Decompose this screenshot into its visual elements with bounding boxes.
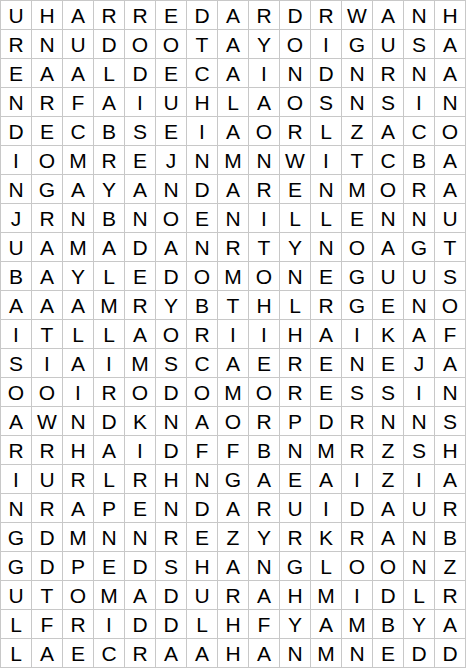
grid-cell-r22c12[interactable]: M — [342, 610, 372, 638]
grid-cell-r2c3[interactable]: U — [63, 30, 93, 58]
grid-cell-r21c9[interactable]: A — [249, 581, 279, 609]
grid-cell-r19c9[interactable]: Y — [249, 523, 279, 551]
grid-cell-r2c10[interactable]: O — [280, 30, 310, 58]
grid-cell-r22c9[interactable]: F — [249, 610, 279, 638]
grid-cell-r22c15[interactable]: A — [435, 610, 465, 638]
grid-cell-r23c15[interactable]: D — [435, 639, 465, 667]
grid-cell-r5c14[interactable]: C — [404, 117, 434, 145]
grid-cell-r15c7[interactable]: A — [187, 407, 217, 435]
grid-cell-r1c9[interactable]: R — [249, 1, 279, 29]
grid-cell-r14c5[interactable]: O — [125, 378, 155, 406]
grid-cell-r5c4[interactable]: B — [94, 117, 124, 145]
grid-cell-r19c3[interactable]: M — [63, 523, 93, 551]
grid-cell-r7c15[interactable]: A — [435, 175, 465, 203]
grid-cell-r12c8[interactable]: I — [218, 320, 248, 348]
grid-cell-r20c13[interactable]: O — [373, 552, 403, 580]
grid-cell-r19c12[interactable]: R — [342, 523, 372, 551]
grid-cell-r17c12[interactable]: I — [342, 465, 372, 493]
grid-cell-r1c1[interactable]: U — [1, 1, 31, 29]
grid-cell-r18c7[interactable]: D — [187, 494, 217, 522]
grid-cell-r7c7[interactable]: D — [187, 175, 217, 203]
grid-cell-r5c8[interactable]: A — [218, 117, 248, 145]
grid-cell-r20c14[interactable]: N — [404, 552, 434, 580]
grid-cell-r15c13[interactable]: N — [373, 407, 403, 435]
grid-cell-r5c2[interactable]: E — [32, 117, 62, 145]
grid-cell-r23c4[interactable]: C — [94, 639, 124, 667]
grid-cell-r16c8[interactable]: F — [218, 436, 248, 464]
grid-cell-r4c6[interactable]: U — [156, 88, 186, 116]
grid-cell-r22c2[interactable]: F — [32, 610, 62, 638]
grid-cell-r7c5[interactable]: A — [125, 175, 155, 203]
grid-cell-r5c10[interactable]: R — [280, 117, 310, 145]
grid-cell-r5c5[interactable]: S — [125, 117, 155, 145]
grid-cell-r7c6[interactable]: N — [156, 175, 186, 203]
grid-cell-r9c5[interactable]: D — [125, 233, 155, 261]
grid-cell-r13c8[interactable]: A — [218, 349, 248, 377]
grid-cell-r18c10[interactable]: U — [280, 494, 310, 522]
grid-cell-r2c11[interactable]: I — [311, 30, 341, 58]
grid-cell-r8c10[interactable]: L — [280, 204, 310, 232]
grid-cell-r22c3[interactable]: R — [63, 610, 93, 638]
grid-cell-r4c13[interactable]: S — [373, 88, 403, 116]
grid-cell-r10c1[interactable]: B — [1, 262, 31, 290]
grid-cell-r12c4[interactable]: L — [94, 320, 124, 348]
grid-cell-r2c6[interactable]: O — [156, 30, 186, 58]
grid-cell-r19c15[interactable]: B — [435, 523, 465, 551]
grid-cell-r22c4[interactable]: I — [94, 610, 124, 638]
grid-cell-r15c11[interactable]: D — [311, 407, 341, 435]
grid-cell-r20c5[interactable]: D — [125, 552, 155, 580]
grid-cell-r13c10[interactable]: R — [280, 349, 310, 377]
grid-cell-r11c5[interactable]: R — [125, 291, 155, 319]
grid-cell-r6c7[interactable]: N — [187, 146, 217, 174]
grid-cell-r3c10[interactable]: N — [280, 59, 310, 87]
grid-cell-r11c14[interactable]: N — [404, 291, 434, 319]
grid-cell-r3c1[interactable]: E — [1, 59, 31, 87]
grid-cell-r1c13[interactable]: A — [373, 1, 403, 29]
grid-cell-r14c10[interactable]: R — [280, 378, 310, 406]
grid-cell-r15c14[interactable]: N — [404, 407, 434, 435]
grid-cell-r19c6[interactable]: R — [156, 523, 186, 551]
grid-cell-r10c3[interactable]: Y — [63, 262, 93, 290]
grid-cell-r5c15[interactable]: O — [435, 117, 465, 145]
grid-cell-r20c7[interactable]: H — [187, 552, 217, 580]
grid-cell-r5c11[interactable]: L — [311, 117, 341, 145]
grid-cell-r3c11[interactable]: D — [311, 59, 341, 87]
grid-cell-r6c9[interactable]: N — [249, 146, 279, 174]
grid-cell-r22c1[interactable]: L — [1, 610, 31, 638]
grid-cell-r16c6[interactable]: D — [156, 436, 186, 464]
grid-cell-r23c14[interactable]: D — [404, 639, 434, 667]
grid-cell-r8c12[interactable]: E — [342, 204, 372, 232]
grid-cell-r14c13[interactable]: S — [373, 378, 403, 406]
grid-cell-r19c4[interactable]: N — [94, 523, 124, 551]
grid-cell-r14c15[interactable]: N — [435, 378, 465, 406]
grid-cell-r22c5[interactable]: D — [125, 610, 155, 638]
grid-cell-r10c7[interactable]: O — [187, 262, 217, 290]
grid-cell-r16c11[interactable]: M — [311, 436, 341, 464]
grid-cell-r15c12[interactable]: R — [342, 407, 372, 435]
grid-cell-r13c3[interactable]: A — [63, 349, 93, 377]
grid-cell-r4c7[interactable]: H — [187, 88, 217, 116]
grid-cell-r11c3[interactable]: A — [63, 291, 93, 319]
grid-cell-r17c2[interactable]: U — [32, 465, 62, 493]
grid-cell-r5c3[interactable]: C — [63, 117, 93, 145]
grid-cell-r4c14[interactable]: I — [404, 88, 434, 116]
grid-cell-r6c5[interactable]: E — [125, 146, 155, 174]
grid-cell-r10c8[interactable]: M — [218, 262, 248, 290]
grid-cell-r19c7[interactable]: E — [187, 523, 217, 551]
grid-cell-r23c12[interactable]: N — [342, 639, 372, 667]
grid-cell-r15c6[interactable]: N — [156, 407, 186, 435]
grid-cell-r20c6[interactable]: S — [156, 552, 186, 580]
grid-cell-r6c8[interactable]: M — [218, 146, 248, 174]
grid-cell-r8c9[interactable]: I — [249, 204, 279, 232]
grid-cell-r18c9[interactable]: R — [249, 494, 279, 522]
grid-cell-r22c6[interactable]: D — [156, 610, 186, 638]
grid-cell-r15c9[interactable]: R — [249, 407, 279, 435]
grid-cell-r9c8[interactable]: R — [218, 233, 248, 261]
grid-cell-r2c7[interactable]: T — [187, 30, 217, 58]
grid-cell-r4c3[interactable]: F — [63, 88, 93, 116]
grid-cell-r11c15[interactable]: O — [435, 291, 465, 319]
grid-cell-r23c8[interactable]: H — [218, 639, 248, 667]
grid-cell-r8c2[interactable]: R — [32, 204, 62, 232]
grid-cell-r17c5[interactable]: R — [125, 465, 155, 493]
grid-cell-r3c12[interactable]: N — [342, 59, 372, 87]
grid-cell-r11c9[interactable]: H — [249, 291, 279, 319]
grid-cell-r23c2[interactable]: A — [32, 639, 62, 667]
grid-cell-r6c10[interactable]: W — [280, 146, 310, 174]
grid-cell-r7c2[interactable]: G — [32, 175, 62, 203]
grid-cell-r5c9[interactable]: O — [249, 117, 279, 145]
grid-cell-r7c13[interactable]: O — [373, 175, 403, 203]
grid-cell-r3c3[interactable]: A — [63, 59, 93, 87]
grid-cell-r9c2[interactable]: A — [32, 233, 62, 261]
grid-cell-r20c3[interactable]: P — [63, 552, 93, 580]
grid-cell-r8c14[interactable]: N — [404, 204, 434, 232]
grid-cell-r8c4[interactable]: B — [94, 204, 124, 232]
grid-cell-r12c7[interactable]: R — [187, 320, 217, 348]
grid-cell-r7c12[interactable]: M — [342, 175, 372, 203]
grid-cell-r18c6[interactable]: N — [156, 494, 186, 522]
grid-cell-r7c8[interactable]: A — [218, 175, 248, 203]
grid-cell-r21c10[interactable]: H — [280, 581, 310, 609]
grid-cell-r9c4[interactable]: A — [94, 233, 124, 261]
grid-cell-r16c1[interactable]: R — [1, 436, 31, 464]
grid-cell-r16c3[interactable]: H — [63, 436, 93, 464]
grid-cell-r20c2[interactable]: D — [32, 552, 62, 580]
grid-cell-r21c3[interactable]: O — [63, 581, 93, 609]
grid-cell-r17c4[interactable]: L — [94, 465, 124, 493]
grid-cell-r12c9[interactable]: I — [249, 320, 279, 348]
grid-cell-r12c2[interactable]: T — [32, 320, 62, 348]
grid-cell-r13c5[interactable]: M — [125, 349, 155, 377]
grid-cell-r22c8[interactable]: H — [218, 610, 248, 638]
grid-cell-r20c4[interactable]: E — [94, 552, 124, 580]
grid-cell-r12c11[interactable]: A — [311, 320, 341, 348]
grid-cell-r14c7[interactable]: O — [187, 378, 217, 406]
grid-cell-r13c15[interactable]: A — [435, 349, 465, 377]
grid-cell-r4c12[interactable]: N — [342, 88, 372, 116]
grid-cell-r3c9[interactable]: I — [249, 59, 279, 87]
grid-cell-r14c12[interactable]: S — [342, 378, 372, 406]
grid-cell-r6c3[interactable]: M — [63, 146, 93, 174]
grid-cell-r20c15[interactable]: Z — [435, 552, 465, 580]
grid-cell-r16c15[interactable]: H — [435, 436, 465, 464]
grid-cell-r13c14[interactable]: J — [404, 349, 434, 377]
grid-cell-r18c4[interactable]: P — [94, 494, 124, 522]
grid-cell-r14c1[interactable]: O — [1, 378, 31, 406]
grid-cell-r22c14[interactable]: Y — [404, 610, 434, 638]
grid-cell-r7c4[interactable]: Y — [94, 175, 124, 203]
grid-cell-r9c14[interactable]: G — [404, 233, 434, 261]
grid-cell-r9c11[interactable]: N — [311, 233, 341, 261]
grid-cell-r10c4[interactable]: L — [94, 262, 124, 290]
grid-cell-r13c9[interactable]: E — [249, 349, 279, 377]
grid-cell-r11c6[interactable]: Y — [156, 291, 186, 319]
grid-cell-r10c12[interactable]: G — [342, 262, 372, 290]
grid-cell-r22c10[interactable]: Y — [280, 610, 310, 638]
grid-cell-r4c10[interactable]: O — [280, 88, 310, 116]
grid-cell-r23c7[interactable]: A — [187, 639, 217, 667]
grid-cell-r6c1[interactable]: I — [1, 146, 31, 174]
grid-cell-r6c4[interactable]: R — [94, 146, 124, 174]
grid-cell-r2c15[interactable]: A — [435, 30, 465, 58]
grid-cell-r1c2[interactable]: H — [32, 1, 62, 29]
grid-cell-r2c2[interactable]: N — [32, 30, 62, 58]
grid-cell-r23c3[interactable]: E — [63, 639, 93, 667]
grid-cell-r7c14[interactable]: R — [404, 175, 434, 203]
grid-cell-r11c10[interactable]: L — [280, 291, 310, 319]
grid-cell-r6c12[interactable]: T — [342, 146, 372, 174]
grid-cell-r13c11[interactable]: E — [311, 349, 341, 377]
grid-cell-r2c8[interactable]: A — [218, 30, 248, 58]
grid-cell-r21c6[interactable]: D — [156, 581, 186, 609]
grid-cell-r12c5[interactable]: A — [125, 320, 155, 348]
grid-cell-r8c1[interactable]: J — [1, 204, 31, 232]
grid-cell-r10c2[interactable]: A — [32, 262, 62, 290]
grid-cell-r15c2[interactable]: W — [32, 407, 62, 435]
grid-cell-r5c13[interactable]: A — [373, 117, 403, 145]
grid-cell-r9c10[interactable]: Y — [280, 233, 310, 261]
grid-cell-r11c7[interactable]: B — [187, 291, 217, 319]
grid-cell-r1c12[interactable]: W — [342, 1, 372, 29]
grid-cell-r4c8[interactable]: L — [218, 88, 248, 116]
grid-cell-r1c6[interactable]: E — [156, 1, 186, 29]
grid-cell-r8c8[interactable]: N — [218, 204, 248, 232]
grid-cell-r18c15[interactable]: R — [435, 494, 465, 522]
grid-cell-r17c10[interactable]: E — [280, 465, 310, 493]
grid-cell-r15c4[interactable]: D — [94, 407, 124, 435]
grid-cell-r13c13[interactable]: E — [373, 349, 403, 377]
grid-cell-r1c11[interactable]: R — [311, 1, 341, 29]
grid-cell-r4c9[interactable]: A — [249, 88, 279, 116]
grid-cell-r4c4[interactable]: A — [94, 88, 124, 116]
grid-cell-r18c5[interactable]: E — [125, 494, 155, 522]
grid-cell-r23c13[interactable]: E — [373, 639, 403, 667]
grid-cell-r10c13[interactable]: U — [373, 262, 403, 290]
grid-cell-r18c11[interactable]: I — [311, 494, 341, 522]
grid-cell-r14c3[interactable]: I — [63, 378, 93, 406]
grid-cell-r21c1[interactable]: U — [1, 581, 31, 609]
grid-cell-r13c7[interactable]: C — [187, 349, 217, 377]
grid-cell-r4c15[interactable]: N — [435, 88, 465, 116]
grid-cell-r20c9[interactable]: N — [249, 552, 279, 580]
grid-cell-r21c8[interactable]: R — [218, 581, 248, 609]
grid-cell-r10c9[interactable]: O — [249, 262, 279, 290]
grid-cell-r6c15[interactable]: A — [435, 146, 465, 174]
grid-cell-r18c14[interactable]: U — [404, 494, 434, 522]
grid-cell-r8c15[interactable]: U — [435, 204, 465, 232]
grid-cell-r14c6[interactable]: D — [156, 378, 186, 406]
grid-cell-r14c11[interactable]: E — [311, 378, 341, 406]
grid-cell-r8c6[interactable]: O — [156, 204, 186, 232]
grid-cell-r1c10[interactable]: D — [280, 1, 310, 29]
grid-cell-r1c4[interactable]: R — [94, 1, 124, 29]
grid-cell-r4c1[interactable]: N — [1, 88, 31, 116]
grid-cell-r21c15[interactable]: R — [435, 581, 465, 609]
grid-cell-r21c13[interactable]: D — [373, 581, 403, 609]
grid-cell-r17c11[interactable]: A — [311, 465, 341, 493]
grid-cell-r13c4[interactable]: I — [94, 349, 124, 377]
grid-cell-r23c9[interactable]: A — [249, 639, 279, 667]
grid-cell-r3c14[interactable]: N — [404, 59, 434, 87]
grid-cell-r9c1[interactable]: U — [1, 233, 31, 261]
grid-cell-r1c7[interactable]: D — [187, 1, 217, 29]
grid-cell-r4c11[interactable]: S — [311, 88, 341, 116]
grid-cell-r3c7[interactable]: C — [187, 59, 217, 87]
grid-cell-r17c7[interactable]: N — [187, 465, 217, 493]
grid-cell-r18c8[interactable]: A — [218, 494, 248, 522]
grid-cell-r8c13[interactable]: N — [373, 204, 403, 232]
grid-cell-r20c12[interactable]: O — [342, 552, 372, 580]
grid-cell-r18c1[interactable]: N — [1, 494, 31, 522]
grid-cell-r13c2[interactable]: I — [32, 349, 62, 377]
grid-cell-r7c1[interactable]: N — [1, 175, 31, 203]
grid-cell-r3c6[interactable]: E — [156, 59, 186, 87]
grid-cell-r3c5[interactable]: D — [125, 59, 155, 87]
grid-cell-r4c5[interactable]: I — [125, 88, 155, 116]
grid-cell-r11c4[interactable]: M — [94, 291, 124, 319]
grid-cell-r2c12[interactable]: G — [342, 30, 372, 58]
grid-cell-r20c8[interactable]: A — [218, 552, 248, 580]
grid-cell-r18c12[interactable]: D — [342, 494, 372, 522]
grid-cell-r11c2[interactable]: A — [32, 291, 62, 319]
grid-cell-r14c8[interactable]: M — [218, 378, 248, 406]
grid-cell-r7c10[interactable]: E — [280, 175, 310, 203]
grid-cell-r15c10[interactable]: P — [280, 407, 310, 435]
grid-cell-r17c9[interactable]: A — [249, 465, 279, 493]
grid-cell-r1c14[interactable]: N — [404, 1, 434, 29]
grid-cell-r9c3[interactable]: M — [63, 233, 93, 261]
grid-cell-r12c15[interactable]: F — [435, 320, 465, 348]
grid-cell-r17c3[interactable]: R — [63, 465, 93, 493]
grid-cell-r16c10[interactable]: N — [280, 436, 310, 464]
grid-cell-r19c13[interactable]: A — [373, 523, 403, 551]
grid-cell-r16c9[interactable]: B — [249, 436, 279, 464]
grid-cell-r19c2[interactable]: D — [32, 523, 62, 551]
grid-cell-r2c9[interactable]: Y — [249, 30, 279, 58]
grid-cell-r14c4[interactable]: R — [94, 378, 124, 406]
grid-cell-r23c10[interactable]: N — [280, 639, 310, 667]
grid-cell-r13c6[interactable]: S — [156, 349, 186, 377]
grid-cell-r2c1[interactable]: R — [1, 30, 31, 58]
grid-cell-r6c14[interactable]: B — [404, 146, 434, 174]
grid-cell-r21c4[interactable]: M — [94, 581, 124, 609]
grid-cell-r3c2[interactable]: A — [32, 59, 62, 87]
grid-cell-r15c1[interactable]: A — [1, 407, 31, 435]
grid-cell-r21c7[interactable]: U — [187, 581, 217, 609]
grid-cell-r1c8[interactable]: A — [218, 1, 248, 29]
grid-cell-r10c11[interactable]: E — [311, 262, 341, 290]
grid-cell-r9c9[interactable]: T — [249, 233, 279, 261]
grid-cell-r16c2[interactable]: R — [32, 436, 62, 464]
grid-cell-r7c11[interactable]: N — [311, 175, 341, 203]
grid-cell-r11c11[interactable]: R — [311, 291, 341, 319]
grid-cell-r23c11[interactable]: M — [311, 639, 341, 667]
grid-cell-r9c7[interactable]: N — [187, 233, 217, 261]
grid-cell-r1c5[interactable]: R — [125, 1, 155, 29]
grid-cell-r17c15[interactable]: A — [435, 465, 465, 493]
grid-cell-r14c14[interactable]: I — [404, 378, 434, 406]
grid-cell-r19c10[interactable]: R — [280, 523, 310, 551]
grid-cell-r8c11[interactable]: L — [311, 204, 341, 232]
grid-cell-r14c2[interactable]: O — [32, 378, 62, 406]
grid-cell-r6c6[interactable]: J — [156, 146, 186, 174]
grid-cell-r6c13[interactable]: C — [373, 146, 403, 174]
grid-cell-r8c3[interactable]: N — [63, 204, 93, 232]
grid-cell-r12c14[interactable]: A — [404, 320, 434, 348]
grid-cell-r22c11[interactable]: A — [311, 610, 341, 638]
grid-cell-r7c9[interactable]: R — [249, 175, 279, 203]
grid-cell-r21c12[interactable]: I — [342, 581, 372, 609]
grid-cell-r12c13[interactable]: K — [373, 320, 403, 348]
grid-cell-r21c11[interactable]: M — [311, 581, 341, 609]
grid-cell-r6c2[interactable]: O — [32, 146, 62, 174]
grid-cell-r10c6[interactable]: D — [156, 262, 186, 290]
grid-cell-r22c7[interactable]: L — [187, 610, 217, 638]
grid-cell-r22c13[interactable]: B — [373, 610, 403, 638]
grid-cell-r2c13[interactable]: U — [373, 30, 403, 58]
grid-cell-r11c1[interactable]: A — [1, 291, 31, 319]
grid-cell-r6c11[interactable]: I — [311, 146, 341, 174]
grid-cell-r19c11[interactable]: K — [311, 523, 341, 551]
grid-cell-r21c2[interactable]: T — [32, 581, 62, 609]
grid-cell-r18c2[interactable]: R — [32, 494, 62, 522]
grid-cell-r5c6[interactable]: E — [156, 117, 186, 145]
grid-cell-r4c2[interactable]: R — [32, 88, 62, 116]
grid-cell-r2c14[interactable]: S — [404, 30, 434, 58]
grid-cell-r11c13[interactable]: E — [373, 291, 403, 319]
grid-cell-r18c3[interactable]: A — [63, 494, 93, 522]
grid-cell-r19c8[interactable]: Z — [218, 523, 248, 551]
grid-cell-r16c13[interactable]: Z — [373, 436, 403, 464]
grid-cell-r12c6[interactable]: O — [156, 320, 186, 348]
grid-cell-r3c13[interactable]: R — [373, 59, 403, 87]
grid-cell-r23c5[interactable]: R — [125, 639, 155, 667]
grid-cell-r5c1[interactable]: D — [1, 117, 31, 145]
grid-cell-r9c13[interactable]: A — [373, 233, 403, 261]
grid-cell-r7c3[interactable]: A — [63, 175, 93, 203]
grid-cell-r3c4[interactable]: L — [94, 59, 124, 87]
grid-cell-r12c10[interactable]: H — [280, 320, 310, 348]
grid-cell-r10c15[interactable]: S — [435, 262, 465, 290]
grid-cell-r15c5[interactable]: K — [125, 407, 155, 435]
grid-cell-r10c5[interactable]: E — [125, 262, 155, 290]
grid-cell-r11c12[interactable]: G — [342, 291, 372, 319]
grid-cell-r10c14[interactable]: U — [404, 262, 434, 290]
